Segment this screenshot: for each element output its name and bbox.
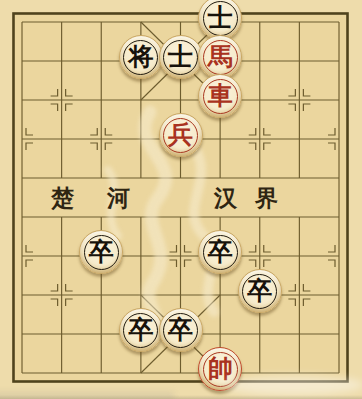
piece-red-general[interactable]: 帥	[198, 347, 242, 391]
piece-red-chariot[interactable]: 車	[198, 74, 242, 118]
piece-character: 兵	[168, 122, 193, 147]
piece-character: 卒	[247, 278, 272, 303]
piece-black-soldier[interactable]: 卒	[159, 308, 203, 352]
piece-character: 卒	[128, 317, 153, 342]
xiangqi-screenshot: 楚河 汉界 士将士馬車兵卒卒卒卒卒帥	[0, 0, 362, 399]
piece-black-general[interactable]: 将	[119, 35, 163, 79]
board-grid: 士将士馬車兵卒卒卒卒卒帥	[2, 3, 359, 393]
piece-black-soldier[interactable]: 卒	[79, 230, 123, 274]
piece-red-soldier[interactable]: 兵	[159, 113, 203, 157]
piece-character: 将	[128, 44, 153, 69]
piece-character: 車	[208, 83, 233, 108]
piece-red-horse[interactable]: 馬	[198, 35, 242, 79]
piece-character: 卒	[89, 239, 114, 264]
piece-character: 卒	[208, 239, 233, 264]
piece-black-advisor[interactable]: 士	[159, 35, 203, 79]
piece-character: 帥	[208, 356, 233, 381]
piece-black-soldier[interactable]: 卒	[119, 308, 163, 352]
piece-character: 卒	[168, 317, 193, 342]
piece-character: 馬	[208, 44, 233, 69]
piece-character: 士	[168, 44, 193, 69]
piece-black-soldier[interactable]: 卒	[238, 269, 282, 313]
piece-black-soldier[interactable]: 卒	[198, 230, 242, 274]
piece-black-advisor[interactable]: 士	[198, 0, 242, 40]
piece-character: 士	[208, 5, 233, 30]
